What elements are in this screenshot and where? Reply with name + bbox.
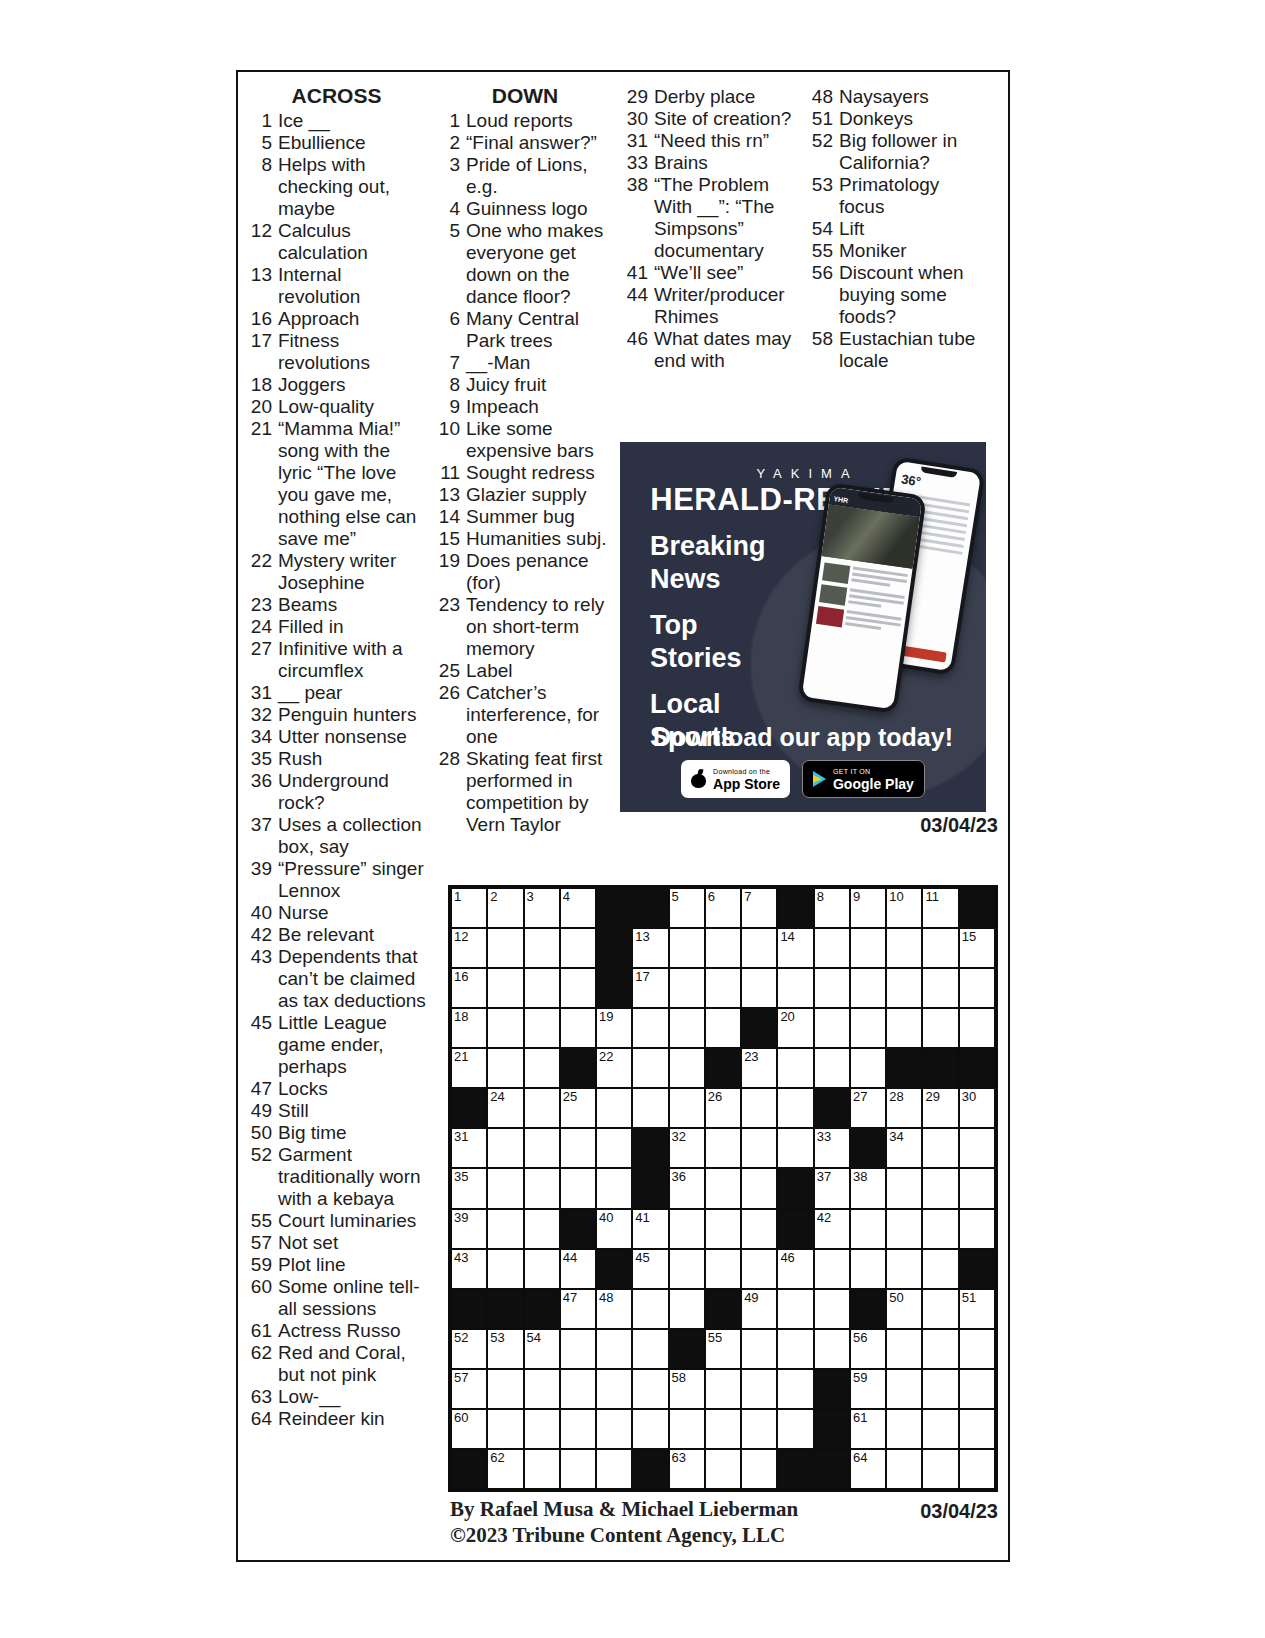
black-cell — [959, 888, 995, 928]
grid-cell[interactable] — [705, 928, 741, 968]
grid-cell[interactable]: 4 — [560, 888, 596, 928]
clue-25: 25Label — [433, 660, 617, 682]
grid-cell[interactable] — [632, 1088, 668, 1128]
grid-cell[interactable] — [959, 968, 995, 1008]
clue-45: 45Little League game ender, perhaps — [245, 1012, 428, 1078]
clue-53: 53Primatology focus — [806, 174, 988, 218]
grid-cell[interactable] — [777, 1329, 813, 1369]
byline-block: By Rafael Musa & Michael Lieberman ©2023… — [450, 1496, 798, 1548]
grid-cell[interactable] — [487, 968, 523, 1008]
grid-cell[interactable]: 56 — [850, 1329, 886, 1369]
black-cell — [814, 1449, 850, 1489]
clue-17: 17Fitness revolutions — [245, 330, 428, 374]
grid-cell[interactable] — [669, 1048, 705, 1088]
down-header: DOWN — [433, 84, 617, 108]
grid-cell[interactable] — [560, 928, 596, 968]
grid-cell[interactable] — [814, 1329, 850, 1369]
grid-cell[interactable] — [487, 1209, 523, 1249]
black-cell — [596, 1249, 632, 1289]
grid-cell[interactable] — [850, 968, 886, 1008]
grid-cell[interactable]: 1 — [451, 888, 487, 928]
grid-cell[interactable] — [959, 1369, 995, 1409]
google-play-tagline: GET IT ON — [833, 768, 914, 775]
clue-33: 33Brains — [621, 152, 803, 174]
cell-number: 4 — [563, 889, 570, 904]
grid-cell[interactable] — [886, 968, 922, 1008]
grid-cell[interactable] — [705, 968, 741, 1008]
grid-cell[interactable] — [850, 1249, 886, 1289]
grid-cell[interactable] — [669, 1289, 705, 1329]
cell-number: 13 — [635, 929, 649, 944]
grid-cell[interactable] — [814, 968, 850, 1008]
grid-cell[interactable]: 34 — [886, 1128, 922, 1168]
grid-cell[interactable] — [669, 1008, 705, 1048]
grid-cell[interactable]: 24 — [487, 1088, 523, 1128]
grid-cell[interactable]: 45 — [632, 1249, 668, 1289]
cell-number: 42 — [817, 1210, 831, 1225]
grid-cell[interactable]: 30 — [959, 1088, 995, 1128]
grid-cell[interactable] — [560, 1168, 596, 1208]
grid-cell[interactable] — [487, 928, 523, 968]
cell-number: 45 — [635, 1250, 649, 1265]
grid-cell[interactable] — [632, 1008, 668, 1048]
app-store-label: App Store — [713, 777, 780, 791]
grid-cell[interactable]: 43 — [451, 1249, 487, 1289]
grid-cell[interactable]: 18 — [451, 1008, 487, 1048]
clue-30: 30Site of creation? — [621, 108, 803, 130]
across-header: ACROSS — [245, 84, 428, 108]
grid-cell[interactable]: 61 — [850, 1409, 886, 1449]
grid-cell[interactable]: 12 — [451, 928, 487, 968]
grid-cell[interactable] — [524, 1249, 560, 1289]
grid-cell[interactable] — [922, 1249, 958, 1289]
clue-37: 37Uses a collection box, say — [245, 814, 428, 858]
grid-cell[interactable] — [524, 1209, 560, 1249]
cell-number: 2 — [490, 889, 497, 904]
grid-cell[interactable] — [705, 1008, 741, 1048]
grid-cell[interactable] — [596, 1128, 632, 1168]
clue-14: 14Summer bug — [433, 506, 617, 528]
cell-number: 22 — [599, 1049, 613, 1064]
grid-cell[interactable]: 44 — [560, 1249, 596, 1289]
grid-cell[interactable]: 13 — [632, 928, 668, 968]
grid-cell[interactable]: 14 — [777, 928, 813, 968]
cell-number: 30 — [962, 1089, 976, 1104]
grid-cell[interactable]: 53 — [487, 1329, 523, 1369]
clue-55: 55Moniker — [806, 240, 988, 262]
grid-cell[interactable] — [741, 1369, 777, 1409]
apple-logo-icon — [691, 770, 706, 788]
grid-cell[interactable]: 21 — [451, 1048, 487, 1088]
cell-number: 9 — [853, 889, 860, 904]
grid-cell[interactable] — [487, 1409, 523, 1449]
grid-cell[interactable]: 16 — [451, 968, 487, 1008]
grid-cell[interactable] — [705, 1209, 741, 1249]
clue-56: 56Discount when buying some foods? — [806, 262, 988, 328]
grid-cell[interactable] — [886, 1008, 922, 1048]
cell-number: 36 — [672, 1169, 686, 1184]
grid-cell[interactable] — [777, 1128, 813, 1168]
grid-cell[interactable] — [741, 1449, 777, 1489]
grid-cell[interactable] — [922, 968, 958, 1008]
grid-cell[interactable]: 29 — [922, 1088, 958, 1128]
grid-cell[interactable] — [669, 1209, 705, 1249]
grid-cell[interactable] — [487, 1369, 523, 1409]
grid-cell[interactable] — [959, 1008, 995, 1048]
clue-5: 5One who makes everyone get down on the … — [433, 220, 617, 308]
clue-35: 35Rush — [245, 748, 428, 770]
grid-cell[interactable]: 41 — [632, 1209, 668, 1249]
grid-cell[interactable] — [632, 1369, 668, 1409]
cell-number: 63 — [672, 1450, 686, 1465]
grid-cell[interactable] — [777, 1369, 813, 1409]
grid-cell[interactable]: 27 — [850, 1088, 886, 1128]
grid-cell[interactable]: 23 — [741, 1048, 777, 1088]
grid-cell[interactable]: 2 — [487, 888, 523, 928]
grid-cell[interactable] — [886, 1249, 922, 1289]
grid-cell[interactable] — [886, 1409, 922, 1449]
grid-cell[interactable] — [596, 1168, 632, 1208]
grid-cell[interactable] — [959, 1409, 995, 1449]
grid-cell[interactable] — [814, 928, 850, 968]
grid-cell[interactable]: 10 — [886, 888, 922, 928]
grid-cell[interactable] — [814, 1249, 850, 1289]
grid-cell[interactable]: 49 — [741, 1289, 777, 1329]
grid-cell[interactable] — [560, 1449, 596, 1489]
grid-cell[interactable] — [922, 1329, 958, 1369]
down-column-3: 48Naysayers51Donkeys52Big follower in Ca… — [806, 86, 988, 372]
google-play-label: Google Play — [833, 777, 914, 791]
grid-cell[interactable] — [922, 1128, 958, 1168]
cell-number: 49 — [744, 1290, 758, 1305]
grid-cell[interactable] — [741, 1209, 777, 1249]
grid-cell[interactable] — [669, 928, 705, 968]
grid-cell[interactable] — [741, 1329, 777, 1369]
grid-cell[interactable] — [705, 1249, 741, 1289]
grid-cell[interactable]: 3 — [524, 888, 560, 928]
grid-cell[interactable] — [886, 1369, 922, 1409]
grid-cell[interactable]: 25 — [560, 1088, 596, 1128]
grid-cell[interactable] — [922, 1369, 958, 1409]
clue-1: 1Loud reports — [433, 110, 617, 132]
black-cell — [705, 1048, 741, 1088]
cell-number: 54 — [527, 1330, 541, 1345]
grid-cell[interactable] — [487, 1048, 523, 1088]
grid-cell[interactable] — [669, 1249, 705, 1289]
grid-cell[interactable]: 37 — [814, 1168, 850, 1208]
grid-cell[interactable] — [959, 1449, 995, 1489]
grid-cell[interactable] — [487, 1168, 523, 1208]
clue-51: 51Donkeys — [806, 108, 988, 130]
grid-cell[interactable]: 63 — [669, 1449, 705, 1489]
grid-cell[interactable]: 33 — [814, 1128, 850, 1168]
down-column-1: DOWN 1Loud reports2“Final answer?”3Pride… — [433, 84, 617, 836]
clue-13: 13Internal revolution — [245, 264, 428, 308]
grid-cell[interactable] — [596, 1088, 632, 1128]
cell-number: 1 — [454, 889, 461, 904]
clue-6: 6Many Central Park trees — [433, 308, 617, 352]
grid-cell[interactable]: 51 — [959, 1289, 995, 1329]
grid-cell[interactable] — [741, 1128, 777, 1168]
grid-cell[interactable] — [741, 1249, 777, 1289]
grid-cell[interactable] — [777, 1289, 813, 1329]
clue-8: 8Helps with checking out, maybe — [245, 154, 428, 220]
black-cell — [451, 1289, 487, 1329]
clue-64: 64Reindeer kin — [245, 1408, 428, 1430]
clue-60: 60Some online tell-all sessions — [245, 1276, 428, 1320]
copyright: ©2023 Tribune Content Agency, LLC — [450, 1522, 798, 1548]
cell-number: 55 — [708, 1330, 722, 1345]
cell-number: 6 — [708, 889, 715, 904]
grid-cell[interactable]: 47 — [560, 1289, 596, 1329]
clue-40: 40Nurse — [245, 902, 428, 924]
cell-number: 23 — [744, 1049, 758, 1064]
grid-cell[interactable] — [741, 1168, 777, 1208]
grid-cell[interactable] — [487, 1008, 523, 1048]
grid-cell[interactable] — [560, 1409, 596, 1449]
grid-cell[interactable] — [596, 1369, 632, 1409]
grid-cell[interactable]: 9 — [850, 888, 886, 928]
grid-cell[interactable]: 64 — [850, 1449, 886, 1489]
grid-cell[interactable] — [596, 1449, 632, 1489]
grid-cell[interactable]: 35 — [451, 1168, 487, 1208]
cell-number: 35 — [454, 1169, 468, 1184]
grid-cell[interactable]: 42 — [814, 1209, 850, 1249]
grid-cell[interactable] — [959, 1168, 995, 1208]
clue-63: 63Low-__ — [245, 1386, 428, 1408]
clue-55: 55Court luminaries — [245, 1210, 428, 1232]
clue-20: 20Low-quality — [245, 396, 428, 418]
black-cell — [560, 1048, 596, 1088]
grid-cell[interactable] — [524, 1409, 560, 1449]
date-top: 03/04/23 — [800, 814, 998, 837]
black-cell — [741, 1008, 777, 1048]
grid-cell[interactable]: 15 — [959, 928, 995, 968]
grid-cell[interactable]: 28 — [886, 1088, 922, 1128]
grid-cell[interactable]: 57 — [451, 1369, 487, 1409]
clue-26: 26Catcher’s interference, for one — [433, 682, 617, 748]
grid-cell[interactable] — [524, 1369, 560, 1409]
cell-number: 5 — [672, 889, 679, 904]
grid-cell[interactable] — [524, 1008, 560, 1048]
phone-mockup-news: YHR — [797, 482, 927, 714]
grid-cell[interactable] — [705, 1128, 741, 1168]
grid-cell[interactable] — [669, 1409, 705, 1449]
grid-cell[interactable] — [560, 1329, 596, 1369]
grid-cell[interactable] — [741, 968, 777, 1008]
clue-31: 31“Need this rn” — [621, 130, 803, 152]
black-cell — [850, 1128, 886, 1168]
grid-cell[interactable] — [886, 1449, 922, 1489]
grid-cell[interactable] — [850, 1008, 886, 1048]
grid-cell[interactable] — [741, 1088, 777, 1128]
grid-cell[interactable]: 6 — [705, 888, 741, 928]
grid-cell[interactable] — [886, 1209, 922, 1249]
grid-cell[interactable] — [777, 968, 813, 1008]
grid-cell[interactable] — [886, 1329, 922, 1369]
grid-cell[interactable] — [922, 1409, 958, 1449]
grid-cell[interactable]: 46 — [777, 1249, 813, 1289]
clue-49: 49Still — [245, 1100, 428, 1122]
cell-number: 19 — [599, 1009, 613, 1024]
grid-cell[interactable] — [922, 1209, 958, 1249]
clue-8: 8Juicy fruit — [433, 374, 617, 396]
clue-41: 41“We’ll see” — [621, 262, 803, 284]
clue-4: 4Guinness logo — [433, 198, 617, 220]
cell-number: 50 — [889, 1290, 903, 1305]
black-cell — [959, 1249, 995, 1289]
grid-cell[interactable] — [560, 968, 596, 1008]
grid-cell[interactable] — [850, 1209, 886, 1249]
grid-cell[interactable] — [705, 1449, 741, 1489]
black-cell — [705, 1289, 741, 1329]
grid-cell[interactable] — [524, 1128, 560, 1168]
grid-cell[interactable] — [886, 1168, 922, 1208]
phones-illustration: 36° YHR — [770, 450, 980, 720]
grid-cell[interactable]: 38 — [850, 1168, 886, 1208]
grid-cell[interactable] — [596, 1329, 632, 1369]
date-bottom: 03/04/23 — [800, 1500, 998, 1523]
grid-cell[interactable] — [777, 1088, 813, 1128]
grid-cell[interactable]: 36 — [669, 1168, 705, 1208]
cell-number: 18 — [454, 1009, 468, 1024]
grid-cell[interactable] — [922, 1289, 958, 1329]
cell-number: 27 — [853, 1089, 867, 1104]
cell-number: 38 — [853, 1169, 867, 1184]
clue-27: 27Infinitive with a circumflex — [245, 638, 428, 682]
clue-54: 54Lift — [806, 218, 988, 240]
grid-cell[interactable] — [705, 1168, 741, 1208]
grid-cell[interactable] — [487, 1128, 523, 1168]
clue-57: 57Not set — [245, 1232, 428, 1254]
grid-cell[interactable] — [850, 1048, 886, 1088]
grid-cell[interactable] — [632, 1409, 668, 1449]
grid-cell[interactable] — [959, 1329, 995, 1369]
grid-cell[interactable] — [524, 1048, 560, 1088]
grid-cell[interactable]: 7 — [741, 888, 777, 928]
grid-cell[interactable]: 11 — [922, 888, 958, 928]
cell-number: 56 — [853, 1330, 867, 1345]
grid-cell[interactable]: 26 — [705, 1088, 741, 1128]
grid-cell[interactable] — [524, 1168, 560, 1208]
cell-number: 28 — [889, 1089, 903, 1104]
clue-50: 50Big time — [245, 1122, 428, 1144]
store-badges: Download on theApp Store GET IT ONGoogle… — [620, 760, 986, 798]
grid-cell[interactable]: 5 — [669, 888, 705, 928]
black-cell — [596, 968, 632, 1008]
black-cell — [451, 1088, 487, 1128]
black-cell — [632, 1449, 668, 1489]
grid-cell[interactable] — [669, 1088, 705, 1128]
grid-cell[interactable]: 55 — [705, 1329, 741, 1369]
grid-cell[interactable]: 40 — [596, 1209, 632, 1249]
grid-cell[interactable]: 58 — [669, 1369, 705, 1409]
clue-24: 24Filled in — [245, 616, 428, 638]
grid-cell[interactable] — [596, 1409, 632, 1449]
clue-52: 52Garment traditionally worn with a keba… — [245, 1144, 428, 1210]
cell-number: 44 — [563, 1250, 577, 1265]
grid-cell[interactable]: 39 — [451, 1209, 487, 1249]
grid-cell[interactable] — [922, 1168, 958, 1208]
grid-cell[interactable] — [487, 1249, 523, 1289]
grid-cell[interactable]: 20 — [777, 1008, 813, 1048]
grid-cell[interactable]: 31 — [451, 1128, 487, 1168]
clue-36: 36Underground rock? — [245, 770, 428, 814]
grid-cell[interactable] — [814, 1008, 850, 1048]
grid-cell[interactable] — [705, 1369, 741, 1409]
grid-cell[interactable] — [524, 928, 560, 968]
grid-cell[interactable]: 19 — [596, 1008, 632, 1048]
grid-cell[interactable] — [524, 968, 560, 1008]
grid-cell[interactable] — [922, 928, 958, 968]
grid-cell[interactable] — [632, 1048, 668, 1088]
grid-cell[interactable] — [922, 1008, 958, 1048]
black-cell — [886, 1048, 922, 1088]
clue-29: 29Derby place — [621, 86, 803, 108]
grid-cell[interactable] — [814, 1289, 850, 1329]
down-clue-list-1: 1Loud reports2“Final answer?”3Pride of L… — [433, 110, 617, 836]
grid-cell[interactable]: 17 — [632, 968, 668, 1008]
cell-number: 51 — [962, 1290, 976, 1305]
grid-cell[interactable] — [850, 928, 886, 968]
grid-cell[interactable] — [777, 1048, 813, 1088]
grid-cell[interactable]: 59 — [850, 1369, 886, 1409]
grid-cell[interactable] — [814, 1048, 850, 1088]
grid-cell[interactable] — [959, 1209, 995, 1249]
grid-cell[interactable] — [560, 1128, 596, 1168]
ad-feature-breaking-news: BreakingNews — [650, 530, 766, 596]
grid-cell[interactable]: 50 — [886, 1289, 922, 1329]
grid-cell[interactable] — [669, 968, 705, 1008]
black-cell — [524, 1289, 560, 1329]
clue-23: 23Beams — [245, 594, 428, 616]
grid-cell[interactable] — [632, 1289, 668, 1329]
grid-cell[interactable]: 32 — [669, 1128, 705, 1168]
google-play-badge[interactable]: GET IT ONGoogle Play — [802, 760, 925, 798]
clue-31: 31__ pear — [245, 682, 428, 704]
grid-cell[interactable]: 22 — [596, 1048, 632, 1088]
clue-61: 61Actress Russo — [245, 1320, 428, 1342]
grid-cell[interactable] — [524, 1449, 560, 1489]
clue-22: 22Mystery writer Josephine — [245, 550, 428, 594]
grid-cell[interactable]: 62 — [487, 1449, 523, 1489]
grid-cell[interactable] — [632, 1329, 668, 1369]
clue-38: 38“The Problem With __”: “The Simpsons” … — [621, 174, 803, 262]
grid-cell[interactable]: 8 — [814, 888, 850, 928]
grid-cell[interactable] — [741, 928, 777, 968]
grid-cell[interactable]: 48 — [596, 1289, 632, 1329]
cell-number: 17 — [635, 969, 649, 984]
grid-cell[interactable] — [524, 1088, 560, 1128]
app-store-badge[interactable]: Download on theApp Store — [681, 760, 790, 798]
clue-16: 16Approach — [245, 308, 428, 330]
clue-39: 39“Pressure” singer Lennox — [245, 858, 428, 902]
grid-cell[interactable] — [560, 1369, 596, 1409]
grid-cell[interactable] — [922, 1449, 958, 1489]
grid-cell[interactable] — [705, 1409, 741, 1449]
clue-59: 59Plot line — [245, 1254, 428, 1276]
grid-cell[interactable]: 52 — [451, 1329, 487, 1369]
grid-cell[interactable] — [741, 1409, 777, 1449]
grid-cell[interactable] — [777, 1409, 813, 1449]
grid-cell[interactable] — [959, 1128, 995, 1168]
grid-cell[interactable] — [886, 928, 922, 968]
black-cell — [487, 1289, 523, 1329]
grid-cell[interactable] — [560, 1008, 596, 1048]
grid-cell[interactable]: 60 — [451, 1409, 487, 1449]
grid-cell[interactable]: 54 — [524, 1329, 560, 1369]
across-column: ACROSS 1Ice __5Ebullience8Helps with che… — [245, 84, 428, 1430]
